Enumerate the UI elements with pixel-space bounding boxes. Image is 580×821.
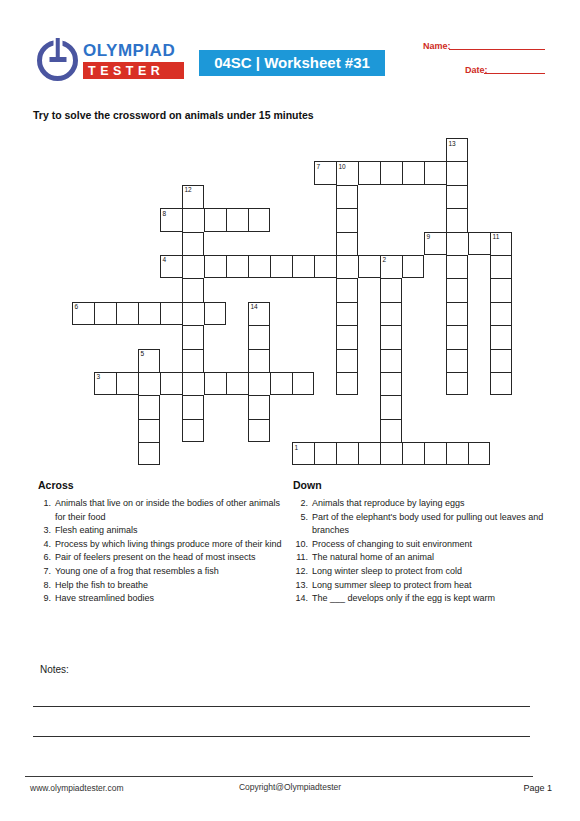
grid-cell[interactable] <box>380 395 402 418</box>
grid-cell[interactable] <box>336 208 358 231</box>
clue-item: 4.Process by which living things produce… <box>38 538 290 552</box>
grid-cell[interactable] <box>336 325 358 348</box>
logo-olympiad-text: OLYMPIAD <box>83 41 184 61</box>
grid-cell[interactable] <box>402 255 424 278</box>
grid-cell[interactable] <box>446 442 468 465</box>
grid-cell[interactable] <box>314 442 336 465</box>
clue-item: 6.Pair of feelers present on the head of… <box>38 551 290 565</box>
grid-cell[interactable] <box>248 325 270 348</box>
cell-number: 8 <box>163 210 167 218</box>
clue-item: 10.Process of changing to suit environme… <box>293 538 555 552</box>
grid-cell[interactable]: 1 <box>292 442 314 465</box>
grid-cell[interactable] <box>182 395 204 418</box>
grid-cell[interactable] <box>424 161 446 184</box>
clue-number: 11. <box>293 551 308 565</box>
grid-cell[interactable] <box>94 302 116 325</box>
grid-cell[interactable]: 11 <box>490 232 512 255</box>
clue-text: Flesh eating animals <box>55 525 138 535</box>
down-header: Down <box>293 479 555 491</box>
clue-number: 14. <box>293 592 308 606</box>
clue-item: 1.Animals that live on or inside the bod… <box>38 497 290 524</box>
grid-cell[interactable] <box>182 325 204 348</box>
clue-text: Process by which living things produce m… <box>55 539 282 549</box>
grid-cell[interactable] <box>248 349 270 372</box>
grid-cell[interactable] <box>402 442 424 465</box>
grid-cell[interactable] <box>248 255 270 278</box>
grid-cell[interactable] <box>336 302 358 325</box>
grid-cell[interactable] <box>270 372 292 395</box>
across-clues-section: Across 1.Animals that live on or inside … <box>38 479 290 606</box>
logo: OLYMPIAD TESTER <box>83 41 184 79</box>
grid-cell[interactable] <box>116 302 138 325</box>
grid-cell[interactable] <box>226 372 248 395</box>
footer-divider <box>25 776 533 777</box>
grid-cell[interactable] <box>138 302 160 325</box>
clue-text: Part of the elephant's body used for pul… <box>312 512 543 536</box>
logo-t-bar <box>49 57 66 62</box>
notes-fill-line[interactable] <box>33 706 530 707</box>
grid-cell[interactable] <box>446 302 468 325</box>
clue-number: 2. <box>293 497 308 511</box>
grid-cell[interactable] <box>160 302 182 325</box>
clue-number: 4. <box>38 538 51 552</box>
grid-cell[interactable] <box>336 349 358 372</box>
cell-number: 9 <box>427 233 431 241</box>
footer-page-number: Page 1 <box>523 783 552 793</box>
worksheet-title-banner: 04SC | Worksheet #31 <box>199 50 385 76</box>
grid-cell[interactable]: 6 <box>72 302 94 325</box>
grid-cell[interactable] <box>380 325 402 348</box>
clue-number: 5. <box>293 511 308 525</box>
grid-cell[interactable]: 4 <box>160 255 182 278</box>
grid-cell[interactable]: 2 <box>380 255 402 278</box>
clue-text: Help the fish to breathe <box>55 580 148 590</box>
grid-cell[interactable] <box>446 325 468 348</box>
clue-text: The natural home of an animal <box>312 552 434 562</box>
clue-item: 12.Long winter sleep to protect from col… <box>293 565 555 579</box>
clue-text: Long winter sleep to protect from cold <box>312 566 462 576</box>
name-label: Name: <box>423 41 451 51</box>
date-fill-line[interactable] <box>484 65 545 74</box>
clue-item: 5.Part of the elephant's body used for p… <box>293 511 555 538</box>
grid-cell[interactable] <box>358 442 380 465</box>
grid-cell[interactable] <box>182 302 204 325</box>
grid-cell[interactable] <box>138 419 160 442</box>
grid-cell[interactable] <box>182 208 204 231</box>
grid-cell[interactable] <box>446 208 468 231</box>
grid-cell[interactable] <box>468 232 490 255</box>
grid-cell[interactable] <box>336 442 358 465</box>
grid-cell[interactable]: 5 <box>138 349 160 372</box>
grid-cell[interactable] <box>358 161 380 184</box>
grid-cell[interactable] <box>248 395 270 418</box>
grid-cell[interactable] <box>490 349 512 372</box>
notes-label: Notes: <box>40 664 69 675</box>
down-clue-list: 2.Animals that reproduce by laying eggs5… <box>293 497 555 606</box>
grid-cell[interactable] <box>336 185 358 208</box>
clue-text: Pair of feelers present on the head of m… <box>55 552 256 562</box>
clue-number: 8. <box>38 579 51 593</box>
grid-cell[interactable]: 13 <box>446 138 468 161</box>
notes-fill-line[interactable] <box>33 736 530 737</box>
cell-number: 4 <box>163 256 167 264</box>
grid-cell[interactable] <box>314 255 336 278</box>
grid-cell[interactable] <box>380 161 402 184</box>
grid-cell[interactable]: 8 <box>160 208 182 231</box>
grid-cell[interactable] <box>226 208 248 231</box>
grid-cell[interactable] <box>336 232 358 255</box>
grid-cell[interactable] <box>248 208 270 231</box>
grid-cell[interactable]: 12 <box>182 185 204 208</box>
grid-cell[interactable] <box>446 278 468 301</box>
grid-cell[interactable]: 9 <box>424 232 446 255</box>
clue-number: 12. <box>293 565 308 579</box>
grid-cell[interactable]: 3 <box>94 372 116 395</box>
cell-number: 14 <box>251 303 258 311</box>
grid-cell[interactable] <box>204 255 226 278</box>
grid-cell[interactable] <box>182 232 204 255</box>
grid-cell[interactable] <box>446 232 468 255</box>
grid-cell[interactable] <box>204 208 226 231</box>
grid-cell[interactable] <box>380 302 402 325</box>
grid-cell[interactable] <box>248 419 270 442</box>
grid-cell[interactable] <box>182 372 204 395</box>
grid-cell[interactable] <box>446 255 468 278</box>
grid-cell[interactable] <box>446 349 468 372</box>
grid-cell[interactable] <box>292 255 314 278</box>
grid-cell[interactable] <box>336 372 358 395</box>
cell-number: 5 <box>141 350 145 358</box>
grid-cell[interactable] <box>380 442 402 465</box>
grid-cell[interactable] <box>138 442 160 465</box>
clue-item: 13.Long summer sleep to protect from hea… <box>293 579 555 593</box>
grid-cell[interactable] <box>182 255 204 278</box>
grid-cell[interactable] <box>182 278 204 301</box>
cell-number: 2 <box>383 256 387 264</box>
clue-number: 1. <box>38 497 51 511</box>
grid-cell[interactable] <box>358 255 380 278</box>
grid-cell[interactable] <box>292 372 314 395</box>
grid-cell[interactable] <box>336 255 358 278</box>
grid-cell[interactable] <box>380 419 402 442</box>
cell-number: 1 <box>295 444 299 452</box>
clue-number: 13. <box>293 579 308 593</box>
grid-cell[interactable] <box>490 302 512 325</box>
clue-text: Have streamlined bodies <box>55 593 154 603</box>
across-header: Across <box>38 479 290 491</box>
grid-cell[interactable] <box>204 302 226 325</box>
clue-text: Animals that live on or inside the bodie… <box>55 498 280 522</box>
down-clues-section: Down 2.Animals that reproduce by laying … <box>293 479 555 606</box>
grid-cell[interactable] <box>160 372 182 395</box>
cell-number: 11 <box>493 233 500 241</box>
instruction-heading: Try to solve the crossword on animals un… <box>33 109 314 121</box>
cell-number: 10 <box>339 163 346 171</box>
clue-number: 6. <box>38 551 51 565</box>
worksheet-page: OLYMPIAD TESTER 04SC | Worksheet #31 Nam… <box>0 0 580 821</box>
cell-number: 13 <box>449 140 456 148</box>
grid-cell[interactable]: 10 <box>336 161 358 184</box>
grid-cell[interactable] <box>226 255 248 278</box>
grid-cell[interactable] <box>380 372 402 395</box>
grid-cell[interactable] <box>402 161 424 184</box>
clue-number: 3. <box>38 524 51 538</box>
footer-copyright: Copyright@Olympiadtester <box>0 782 580 792</box>
clue-item: 8.Help the fish to breathe <box>38 579 290 593</box>
clue-number: 10. <box>293 538 308 552</box>
clue-number: 9. <box>38 592 51 606</box>
grid-cell[interactable]: 14 <box>248 302 270 325</box>
grid-cell[interactable] <box>248 372 270 395</box>
clue-item: 11.The natural home of an animal <box>293 551 555 565</box>
clue-text: Young one of a frog that resembles a fis… <box>55 566 219 576</box>
logo-power-t-icon <box>37 40 78 81</box>
grid-cell[interactable] <box>380 349 402 372</box>
crossword-grid: 1371012891142614531 <box>72 138 512 465</box>
name-fill-line[interactable] <box>449 41 545 50</box>
clue-item: 14.The ___ develops only if the egg is k… <box>293 592 555 606</box>
clue-item: 3.Flesh eating animals <box>38 524 290 538</box>
grid-cell[interactable] <box>424 442 446 465</box>
clue-number: 7. <box>38 565 51 579</box>
grid-cell[interactable] <box>182 349 204 372</box>
grid-cell[interactable] <box>116 372 138 395</box>
grid-cell[interactable] <box>380 278 402 301</box>
clue-text: The ___ develops only if the egg is kept… <box>312 593 495 603</box>
cell-number: 7 <box>317 163 321 171</box>
clue-item: 9.Have streamlined bodies <box>38 592 290 606</box>
clue-item: 7.Young one of a frog that resembles a f… <box>38 565 290 579</box>
grid-cell[interactable] <box>446 372 468 395</box>
grid-cell[interactable] <box>182 419 204 442</box>
across-clue-list: 1.Animals that live on or inside the bod… <box>38 497 290 606</box>
grid-cell[interactable] <box>336 278 358 301</box>
grid-cell[interactable] <box>468 442 490 465</box>
grid-cell[interactable] <box>138 372 160 395</box>
cell-number: 3 <box>97 373 101 381</box>
grid-cell[interactable]: 7 <box>314 161 336 184</box>
cell-number: 12 <box>185 186 192 194</box>
grid-cell[interactable] <box>490 372 512 395</box>
logo-tester-text: TESTER <box>83 62 184 79</box>
cell-number: 6 <box>75 303 79 311</box>
grid-cell[interactable] <box>446 161 468 184</box>
grid-cell[interactable] <box>138 395 160 418</box>
clue-text: Animals that reproduce by laying eggs <box>312 498 465 508</box>
grid-cell[interactable] <box>490 255 512 278</box>
grid-cell[interactable] <box>490 325 512 348</box>
clue-text: Long summer sleep to protect from heat <box>312 580 472 590</box>
clue-item: 2.Animals that reproduce by laying eggs <box>293 497 555 511</box>
grid-cell[interactable] <box>490 278 512 301</box>
grid-cell[interactable] <box>446 185 468 208</box>
clue-text: Process of changing to suit environment <box>312 539 472 549</box>
grid-cell[interactable] <box>204 372 226 395</box>
grid-cell[interactable] <box>270 255 292 278</box>
